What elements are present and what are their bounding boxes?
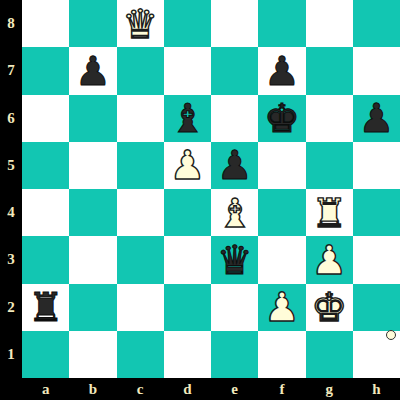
square-f1[interactable] (258, 331, 305, 378)
square-g1[interactable] (306, 331, 353, 378)
square-f7[interactable]: ♟ (258, 47, 305, 94)
rank-label-4: 4 (0, 189, 22, 236)
square-f3[interactable] (258, 236, 305, 283)
square-b5[interactable] (69, 142, 116, 189)
file-labels: abcdefgh (22, 378, 400, 400)
rank-label-3: 3 (0, 236, 22, 283)
square-h4[interactable] (353, 189, 400, 236)
square-b4[interactable] (69, 189, 116, 236)
square-g6[interactable] (306, 95, 353, 142)
square-f2[interactable]: ♟ (258, 284, 305, 331)
square-h2[interactable] (353, 284, 400, 331)
square-c2[interactable] (117, 284, 164, 331)
square-g4[interactable]: ♜ (306, 189, 353, 236)
square-a4[interactable] (22, 189, 69, 236)
black-rook-a2[interactable]: ♜ (28, 287, 64, 327)
file-label-f: f (258, 378, 305, 400)
square-b6[interactable] (69, 95, 116, 142)
square-f4[interactable] (258, 189, 305, 236)
square-g5[interactable] (306, 142, 353, 189)
square-h6[interactable]: ♟ (353, 95, 400, 142)
square-e6[interactable] (211, 95, 258, 142)
black-pawn-h6[interactable]: ♟ (358, 98, 394, 138)
square-f5[interactable] (258, 142, 305, 189)
square-d1[interactable] (164, 331, 211, 378)
square-d7[interactable] (164, 47, 211, 94)
black-pawn-b7[interactable]: ♟ (75, 51, 111, 91)
rank-label-8: 8 (0, 0, 22, 47)
black-bishop-d6[interactable]: ♝ (169, 98, 205, 138)
rank-labels: 87654321 (0, 0, 22, 378)
file-label-h: h (353, 378, 400, 400)
rank-label-1: 1 (0, 331, 22, 378)
square-e5[interactable]: ♟ (211, 142, 258, 189)
rank-label-6: 6 (0, 95, 22, 142)
square-e2[interactable] (211, 284, 258, 331)
square-h5[interactable] (353, 142, 400, 189)
square-a2[interactable]: ♜ (22, 284, 69, 331)
square-d4[interactable] (164, 189, 211, 236)
square-c4[interactable] (117, 189, 164, 236)
square-d2[interactable] (164, 284, 211, 331)
chess-board-frame: 87654321 ♛♟♟♝♚♟♟♟♝♜♛♟♜♟♚ abcdefgh (0, 0, 400, 400)
square-d8[interactable] (164, 0, 211, 47)
square-a6[interactable] (22, 95, 69, 142)
square-b3[interactable] (69, 236, 116, 283)
square-a7[interactable] (22, 47, 69, 94)
square-e7[interactable] (211, 47, 258, 94)
square-b8[interactable] (69, 0, 116, 47)
chess-board: ♛♟♟♝♚♟♟♟♝♜♛♟♜♟♚ (22, 0, 400, 378)
square-b2[interactable] (69, 284, 116, 331)
square-g8[interactable] (306, 0, 353, 47)
square-e1[interactable] (211, 331, 258, 378)
square-c1[interactable] (117, 331, 164, 378)
square-g2[interactable]: ♚ (306, 284, 353, 331)
square-f6[interactable]: ♚ (258, 95, 305, 142)
square-g7[interactable] (306, 47, 353, 94)
file-label-b: b (69, 378, 116, 400)
square-g3[interactable]: ♟ (306, 236, 353, 283)
white-pawn-d5[interactable]: ♟ (169, 145, 205, 185)
black-king-f6[interactable]: ♚ (264, 98, 300, 138)
rank-label-5: 5 (0, 142, 22, 189)
square-a5[interactable] (22, 142, 69, 189)
square-h7[interactable] (353, 47, 400, 94)
square-h8[interactable] (353, 0, 400, 47)
file-label-e: e (211, 378, 258, 400)
square-c7[interactable] (117, 47, 164, 94)
square-c8[interactable]: ♛ (117, 0, 164, 47)
square-c5[interactable] (117, 142, 164, 189)
square-a8[interactable] (22, 0, 69, 47)
white-pawn-g3[interactable]: ♟ (311, 240, 347, 280)
square-a1[interactable] (22, 331, 69, 378)
white-rook-g4[interactable]: ♜ (311, 193, 347, 233)
square-e3[interactable]: ♛ (211, 236, 258, 283)
white-to-move-indicator (386, 330, 396, 340)
file-label-a: a (22, 378, 69, 400)
square-d5[interactable]: ♟ (164, 142, 211, 189)
square-d6[interactable]: ♝ (164, 95, 211, 142)
file-label-g: g (306, 378, 353, 400)
square-f8[interactable] (258, 0, 305, 47)
square-e8[interactable] (211, 0, 258, 47)
square-b7[interactable]: ♟ (69, 47, 116, 94)
square-a3[interactable] (22, 236, 69, 283)
black-pawn-f7[interactable]: ♟ (264, 51, 300, 91)
rank-label-7: 7 (0, 47, 22, 94)
square-e4[interactable]: ♝ (211, 189, 258, 236)
white-queen-c8[interactable]: ♛ (122, 4, 158, 44)
white-king-g2[interactable]: ♚ (311, 287, 347, 327)
square-h3[interactable] (353, 236, 400, 283)
black-pawn-e5[interactable]: ♟ (217, 145, 253, 185)
rank-label-2: 2 (0, 284, 22, 331)
file-label-d: d (164, 378, 211, 400)
file-label-c: c (117, 378, 164, 400)
white-bishop-e4[interactable]: ♝ (217, 193, 253, 233)
board-corner (0, 378, 22, 400)
square-b1[interactable] (69, 331, 116, 378)
square-c3[interactable] (117, 236, 164, 283)
square-c6[interactable] (117, 95, 164, 142)
square-d3[interactable] (164, 236, 211, 283)
black-queen-e3[interactable]: ♛ (217, 240, 253, 280)
white-pawn-f2[interactable]: ♟ (264, 287, 300, 327)
